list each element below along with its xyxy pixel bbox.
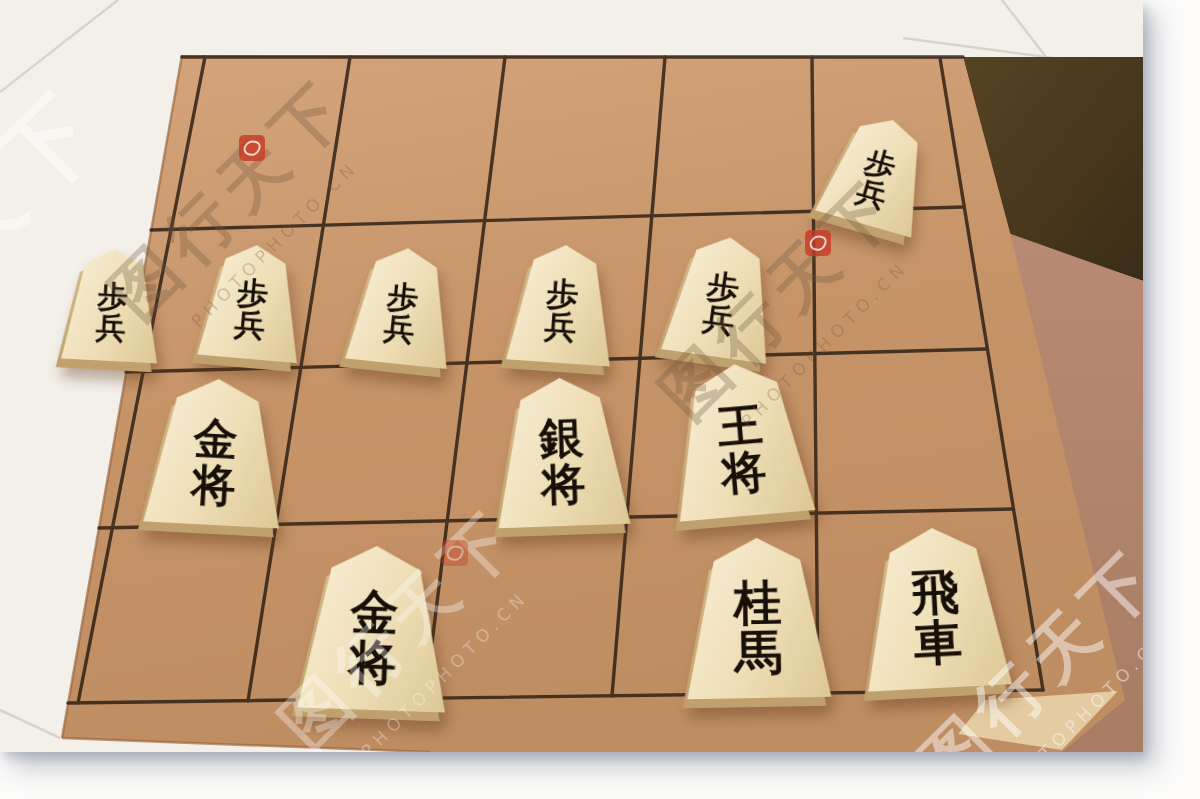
piece-kanji-top: 飛 — [910, 567, 961, 619]
shogi-piece-knight-e4[interactable]: 桂 馬 — [686, 538, 830, 698]
piece-body: 歩 兵 — [345, 243, 459, 369]
piece-kanji-top: 金 — [350, 588, 400, 640]
piece-kanji-bottom: 馬 — [734, 628, 783, 679]
piece-body: 歩 兵 — [815, 106, 941, 237]
piece-body: 銀 将 — [493, 376, 630, 529]
shogi-board-photo: 歩 兵 歩 兵 歩 兵 歩 兵 — [0, 0, 1143, 752]
piece-body: 歩 兵 — [506, 242, 618, 367]
piece-face: 桂 馬 — [685, 537, 832, 699]
piece-face: 銀 将 — [493, 376, 630, 529]
shogi-piece-silver-d3[interactable]: 銀 将 — [496, 378, 628, 526]
piece-kanji-bottom: 兵 — [700, 302, 736, 339]
piece-kanji-bottom: 兵 — [382, 311, 416, 346]
piece-kanji-bottom: 兵 — [853, 175, 890, 213]
piece-kanji-bottom: 兵 — [543, 310, 577, 345]
piece-face: 金 将 — [143, 376, 286, 529]
stock-photo-page: { "game": "shogi", "position": { "note":… — [0, 0, 1200, 799]
piece-kanji-bottom: 将 — [540, 460, 586, 507]
piece-body: 飛 車 — [860, 524, 1012, 691]
piece-body: 歩 兵 — [61, 247, 163, 364]
piece-body: 金 将 — [297, 543, 451, 712]
piece-body: 歩 兵 — [197, 241, 307, 363]
shogi-piece-pawn-e2[interactable]: 歩 兵 — [669, 237, 775, 357]
shogi-piece-king-e3[interactable]: 王 将 — [673, 364, 809, 516]
shogi-piece-rook-f4[interactable]: 飛 車 — [864, 528, 1008, 688]
piece-body: 王 将 — [667, 358, 816, 521]
piece-kanji-bottom: 車 — [913, 617, 964, 669]
shogi-piece-gold-c4[interactable]: 金 将 — [300, 546, 448, 710]
piece-kanji-bottom: 兵 — [95, 311, 127, 344]
piece-face: 金 将 — [297, 543, 451, 712]
piece-face: 歩 兵 — [197, 241, 307, 363]
piece-face: 歩 兵 — [506, 242, 618, 367]
piece-kanji-bottom: 将 — [719, 448, 768, 499]
piece-face: 飛 車 — [860, 524, 1012, 691]
piece-kanji-top: 銀 — [539, 415, 585, 462]
piece-kanji-top: 歩 — [97, 280, 129, 313]
piece-kanji-bottom: 将 — [348, 638, 398, 690]
shogi-piece-pawn-c2[interactable]: 歩 兵 — [351, 248, 453, 364]
shogi-piece-pawn-f1[interactable]: 歩 兵 — [828, 118, 928, 226]
piece-body: 桂 馬 — [685, 537, 832, 699]
piece-face: 歩 兵 — [345, 243, 459, 369]
piece-body: 歩 兵 — [661, 230, 783, 364]
piece-kanji-top: 金 — [193, 415, 239, 463]
piece-kanji-bottom: 兵 — [233, 308, 267, 343]
piece-body: 金 将 — [143, 376, 286, 529]
piece-kanji-top: 桂 — [733, 578, 782, 629]
piece-face: 歩 兵 — [61, 247, 163, 364]
shogi-piece-pawn-a2[interactable]: 歩 兵 — [64, 249, 160, 361]
shogi-piece-pawn-d2[interactable]: 歩 兵 — [510, 245, 614, 363]
piece-kanji-bottom: 将 — [190, 460, 236, 508]
shogi-piece-pawn-b2[interactable]: 歩 兵 — [202, 245, 302, 359]
shogi-piece-gold-b3[interactable]: 金 将 — [147, 379, 283, 525]
